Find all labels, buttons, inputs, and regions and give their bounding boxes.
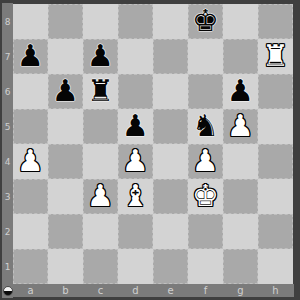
black-king[interactable]: ♚ — [192, 3, 219, 38]
square-b7[interactable] — [48, 39, 83, 74]
square-g4[interactable] — [223, 144, 258, 179]
square-f5[interactable]: ♞ — [188, 109, 223, 144]
rank-label-list: 87654321 — [2, 4, 13, 284]
square-e2[interactable] — [153, 214, 188, 249]
square-a3[interactable] — [13, 179, 48, 214]
black-pawn[interactable]: ♟ — [52, 73, 79, 108]
file-label-e: e — [153, 284, 188, 297]
white-pawn[interactable]: ♟ — [122, 143, 149, 178]
rank-label-1: 1 — [2, 249, 13, 284]
white-pawn[interactable]: ♟ — [192, 143, 219, 178]
square-c8[interactable] — [83, 4, 118, 39]
file-label-a: a — [13, 284, 48, 297]
square-c6[interactable]: ♜ — [83, 74, 118, 109]
square-f6[interactable] — [188, 74, 223, 109]
square-c1[interactable] — [83, 249, 118, 284]
square-d4[interactable]: ♟ — [118, 144, 153, 179]
white-pawn[interactable]: ♟ — [227, 108, 254, 143]
square-e1[interactable] — [153, 249, 188, 284]
file-coordinates: abcdefgh — [13, 284, 294, 297]
white-pawn[interactable]: ♟ — [17, 143, 44, 178]
rank-label-6: 6 — [2, 74, 13, 109]
square-g6[interactable]: ♟ — [223, 74, 258, 109]
square-g2[interactable] — [223, 214, 258, 249]
square-h5[interactable] — [258, 109, 293, 144]
square-f4[interactable]: ♟ — [188, 144, 223, 179]
rank-label-3: 3 — [2, 179, 13, 214]
square-c3[interactable]: ♟ — [83, 179, 118, 214]
square-a4[interactable]: ♟ — [13, 144, 48, 179]
square-b6[interactable]: ♟ — [48, 74, 83, 109]
square-b8[interactable] — [48, 4, 83, 39]
file-label-b: b — [48, 284, 83, 297]
square-h2[interactable] — [258, 214, 293, 249]
square-c7[interactable]: ♟ — [83, 39, 118, 74]
white-rook[interactable]: ♜ — [262, 38, 289, 73]
square-d5[interactable]: ♟ — [118, 109, 153, 144]
turn-indicator-icon — [3, 286, 13, 296]
square-c5[interactable] — [83, 109, 118, 144]
square-b4[interactable] — [48, 144, 83, 179]
rank-label-5: 5 — [2, 109, 13, 144]
file-label-c: c — [83, 284, 118, 297]
square-a2[interactable] — [13, 214, 48, 249]
square-h1[interactable] — [258, 249, 293, 284]
square-b1[interactable] — [48, 249, 83, 284]
file-label-f: f — [188, 284, 223, 297]
square-e5[interactable] — [153, 109, 188, 144]
square-h6[interactable] — [258, 74, 293, 109]
file-label-h: h — [258, 284, 293, 297]
square-d3[interactable]: ♝ — [118, 179, 153, 214]
square-f8[interactable]: ♚ — [188, 4, 223, 39]
square-a8[interactable] — [13, 4, 48, 39]
rank-label-4: 4 — [2, 144, 13, 179]
square-e7[interactable] — [153, 39, 188, 74]
file-label-g: g — [223, 284, 258, 297]
square-e4[interactable] — [153, 144, 188, 179]
square-h3[interactable] — [258, 179, 293, 214]
square-f3[interactable]: ♚ — [188, 179, 223, 214]
square-c4[interactable] — [83, 144, 118, 179]
chess-board: ♚♟♟♜♟♜♟♟♞♟♟♟♟♟♝♚ — [13, 4, 293, 284]
square-d1[interactable] — [118, 249, 153, 284]
square-d8[interactable] — [118, 4, 153, 39]
square-g8[interactable] — [223, 4, 258, 39]
black-pawn[interactable]: ♟ — [87, 38, 114, 73]
white-bishop[interactable]: ♝ — [122, 178, 149, 213]
square-g7[interactable] — [223, 39, 258, 74]
file-label-d: d — [118, 284, 153, 297]
square-b5[interactable] — [48, 109, 83, 144]
square-e8[interactable] — [153, 4, 188, 39]
black-pawn[interactable]: ♟ — [227, 73, 254, 108]
square-e3[interactable] — [153, 179, 188, 214]
square-c2[interactable] — [83, 214, 118, 249]
rank-coordinates: 87654321 — [2, 3, 13, 298]
square-g1[interactable] — [223, 249, 258, 284]
square-f7[interactable] — [188, 39, 223, 74]
square-d6[interactable] — [118, 74, 153, 109]
square-a7[interactable]: ♟ — [13, 39, 48, 74]
black-rook[interactable]: ♜ — [87, 73, 114, 108]
black-knight[interactable]: ♞ — [192, 108, 219, 143]
square-h8[interactable] — [258, 4, 293, 39]
square-a1[interactable] — [13, 249, 48, 284]
square-b2[interactable] — [48, 214, 83, 249]
square-a5[interactable] — [13, 109, 48, 144]
board-frame: 87654321 ♚♟♟♜♟♜♟♟♞♟♟♟♟♟♝♚ abcdefgh — [0, 0, 300, 300]
square-h4[interactable] — [258, 144, 293, 179]
square-g3[interactable] — [223, 179, 258, 214]
square-f1[interactable] — [188, 249, 223, 284]
rank-label-7: 7 — [2, 39, 13, 74]
black-pawn[interactable]: ♟ — [17, 38, 44, 73]
square-g5[interactable]: ♟ — [223, 109, 258, 144]
square-d7[interactable] — [118, 39, 153, 74]
white-king[interactable]: ♚ — [192, 178, 219, 213]
rank-label-2: 2 — [2, 214, 13, 249]
black-pawn[interactable]: ♟ — [122, 108, 149, 143]
square-f2[interactable] — [188, 214, 223, 249]
square-h7[interactable]: ♜ — [258, 39, 293, 74]
square-d2[interactable] — [118, 214, 153, 249]
square-a6[interactable] — [13, 74, 48, 109]
rank-label-8: 8 — [2, 4, 13, 39]
square-e6[interactable] — [153, 74, 188, 109]
square-b3[interactable] — [48, 179, 83, 214]
white-pawn[interactable]: ♟ — [87, 178, 114, 213]
